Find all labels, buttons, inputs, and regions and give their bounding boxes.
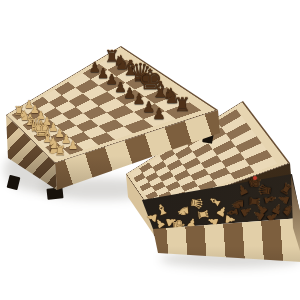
piece-layer: ♜♞♝♛♚♝♞♜♟♟♟♟♟♟♟♟♟♟♟♟♟♟♟♟♜♞♝♛♚♝♞♜ [0,0,300,300]
black-b-piece: ♝ [151,78,171,100]
white-p-piece: ♟ [68,140,78,152]
white-p-piece: ♟ [24,100,34,111]
black-p-piece: ♟ [142,100,155,115]
white-p-piece: ♟ [30,106,40,117]
white-p-piece: ♟ [36,111,46,122]
white-q-piece: ♛ [28,116,44,134]
white-p-piece: ♟ [55,128,65,139]
black-n-piece: ♞ [162,86,181,107]
white-r-piece: ♜ [54,143,66,156]
black-p-piece: ♟ [97,67,109,81]
white-k-piece: ♚ [33,120,51,140]
white-n-piece: ♞ [18,109,30,123]
black-p-piece: ♟ [123,86,136,100]
black-p-piece: ♟ [89,61,101,74]
black-n-piece: ♞ [113,53,130,72]
white-n-piece: ♞ [47,136,60,151]
chess-set-photo: ♟♝♟♞♟♜♛♟♚♟♝♟♟♞♟♜♟♝♟♛♚♟♞♟♝♟♜♟ ♟ ♜♞♝♛♚♝♞♜♟… [0,0,300,300]
black-r-piece: ♜ [174,96,191,115]
black-b-piece: ♝ [121,58,140,79]
black-p-piece: ♟ [152,107,165,122]
black-k-piece: ♚ [138,66,163,94]
black-r-piece: ♜ [105,49,120,66]
white-p-piece: ♟ [42,117,52,128]
white-p-piece: ♟ [48,122,58,133]
black-p-piece: ♟ [105,73,117,87]
black-p-piece: ♟ [114,79,127,93]
black-p-piece: ♟ [133,93,146,108]
white-p-piece: ♟ [61,134,71,146]
white-r-piece: ♜ [14,105,25,117]
black-q-piece: ♛ [129,62,151,87]
white-b-piece: ♝ [23,113,36,128]
white-b-piece: ♝ [41,130,55,145]
